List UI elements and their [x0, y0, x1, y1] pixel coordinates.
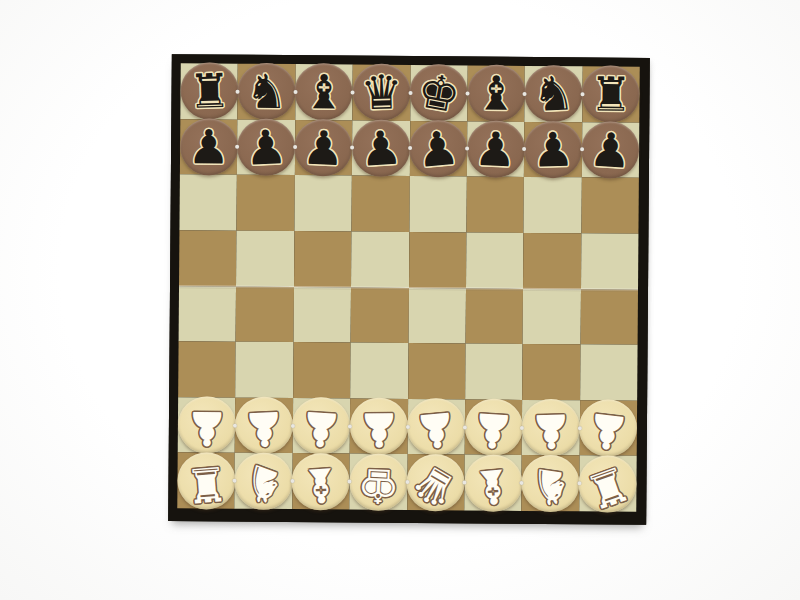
piece-white-pawn-b2[interactable]: ♟: [235, 397, 293, 454]
black-rook-icon: ♜: [187, 67, 230, 115]
piece-white-bishop-f1[interactable]: ♝: [464, 454, 522, 511]
white-rook-icon: ♜: [183, 459, 229, 509]
black-pawn-icon: ♟: [474, 125, 518, 174]
black-king-icon: ♚: [414, 66, 464, 120]
piece-black-pawn-b7[interactable]: ♟: [237, 119, 295, 176]
black-pawn-icon: ♟: [244, 123, 288, 172]
piece-white-bishop-c1[interactable]: ♝: [292, 453, 350, 510]
piece-white-knight-b1[interactable]: ♞: [234, 452, 292, 509]
black-pawn-icon: ♟: [302, 123, 346, 172]
magnet-gap-dot: [577, 482, 581, 486]
white-pawn-icon: ♟: [242, 405, 286, 454]
magnet-gap-dot: [463, 425, 467, 429]
black-pawn-icon: ♟: [415, 123, 461, 174]
piece-white-pawn-g2[interactable]: ♟: [522, 399, 580, 456]
white-pawn-icon: ♟: [413, 405, 459, 456]
magnet-gap-dot: [348, 424, 352, 428]
magnet-gap-dot: [405, 425, 409, 429]
white-knight-icon: ♞: [235, 455, 291, 514]
black-knight-icon: ♞: [531, 70, 575, 119]
black-knight-icon: ♞: [245, 68, 288, 115]
piece-black-bishop-f8[interactable]: ♝: [467, 65, 525, 122]
piece-white-pawn-c2[interactable]: ♟: [292, 397, 350, 454]
white-pawn-icon: ♟: [299, 405, 344, 454]
piece-black-pawn-a7[interactable]: ♟: [180, 118, 238, 175]
chess-board: ♜♞♝♛♚♝♞♜♟♟♟♟♟♟♟♟♟♟♟♟♟♟♟♟♜♞♝♚♛♝♞♜: [168, 54, 650, 525]
piece-white-pawn-d2[interactable]: ♟: [350, 398, 408, 455]
magnet-gap-dot: [291, 424, 295, 428]
white-pawn-icon: ♟: [529, 407, 572, 455]
white-bishop-icon: ♝: [299, 460, 344, 510]
white-pawn-icon: ♟: [471, 406, 516, 455]
product-photo-background: ♜♞♝♛♚♝♞♜♟♟♟♟♟♟♟♟♟♟♟♟♟♟♟♟♜♞♝♚♛♝♞♜: [0, 0, 800, 600]
piece-white-rook-a1[interactable]: ♜: [177, 452, 235, 509]
white-pawn-icon: ♟: [357, 406, 400, 453]
pieces-layer: ♜♞♝♛♚♝♞♜♟♟♟♟♟♟♟♟♟♟♟♟♟♟♟♟♜♞♝♚♛♝♞♜: [177, 63, 639, 512]
magnet-gap-dot: [465, 91, 469, 95]
piece-black-queen-d8[interactable]: ♛: [352, 64, 410, 121]
white-bishop-icon: ♝: [470, 461, 516, 512]
piece-black-pawn-f7[interactable]: ♟: [466, 120, 524, 177]
magnet-gap-dot: [520, 425, 524, 429]
piece-black-pawn-e7[interactable]: ♟: [409, 120, 467, 177]
piece-black-rook-a8[interactable]: ♜: [180, 63, 238, 120]
black-queen-icon: ♛: [360, 69, 403, 117]
black-pawn-icon: ♟: [358, 123, 403, 173]
magnet-gap-dot: [408, 91, 412, 95]
black-pawn-icon: ♟: [531, 126, 574, 174]
piece-black-knight-b8[interactable]: ♞: [237, 63, 295, 120]
magnet-gap-dot: [405, 480, 409, 484]
white-pawn-icon: ♟: [584, 406, 631, 457]
white-pawn-icon: ♟: [185, 405, 228, 452]
piece-white-pawn-h2[interactable]: ♟: [579, 399, 637, 456]
piece-white-knight-g1[interactable]: ♞: [521, 455, 579, 512]
magnet-gap-dot: [351, 90, 355, 94]
black-pawn-icon: ♟: [188, 123, 231, 170]
piece-white-pawn-a2[interactable]: ♟: [177, 396, 235, 453]
piece-black-pawn-c7[interactable]: ♟: [294, 119, 352, 176]
black-rook-icon: ♜: [590, 71, 633, 118]
magnet-gap-dot: [578, 426, 582, 430]
piece-black-pawn-h7[interactable]: ♟: [581, 121, 639, 178]
magnet-gap-dot: [290, 479, 294, 483]
white-king-icon: ♚: [356, 461, 400, 510]
white-rook-icon: ♜: [581, 458, 636, 516]
piece-black-knight-g8[interactable]: ♞: [524, 65, 582, 122]
piece-black-rook-h8[interactable]: ♜: [582, 66, 640, 123]
magnet-gap-dot: [580, 92, 584, 96]
white-queen-icon: ♛: [405, 455, 465, 517]
piece-black-pawn-g7[interactable]: ♟: [524, 121, 582, 178]
piece-white-pawn-f2[interactable]: ♟: [464, 399, 522, 456]
magnet-gap-dot: [293, 90, 297, 94]
piece-black-bishop-c8[interactable]: ♝: [295, 63, 353, 120]
piece-black-pawn-d7[interactable]: ♟: [352, 119, 410, 176]
piece-white-queen-e1[interactable]: ♛: [406, 454, 464, 511]
black-bishop-icon: ♝: [303, 68, 346, 115]
piece-white-king-d1[interactable]: ♚: [349, 453, 407, 510]
white-knight-icon: ♞: [526, 461, 575, 514]
black-bishop-icon: ♝: [475, 70, 518, 117]
piece-black-king-e8[interactable]: ♚: [410, 64, 468, 121]
piece-white-pawn-e2[interactable]: ♟: [407, 398, 465, 455]
black-pawn-icon: ♟: [588, 125, 633, 174]
piece-white-rook-h1[interactable]: ♜: [579, 455, 637, 512]
